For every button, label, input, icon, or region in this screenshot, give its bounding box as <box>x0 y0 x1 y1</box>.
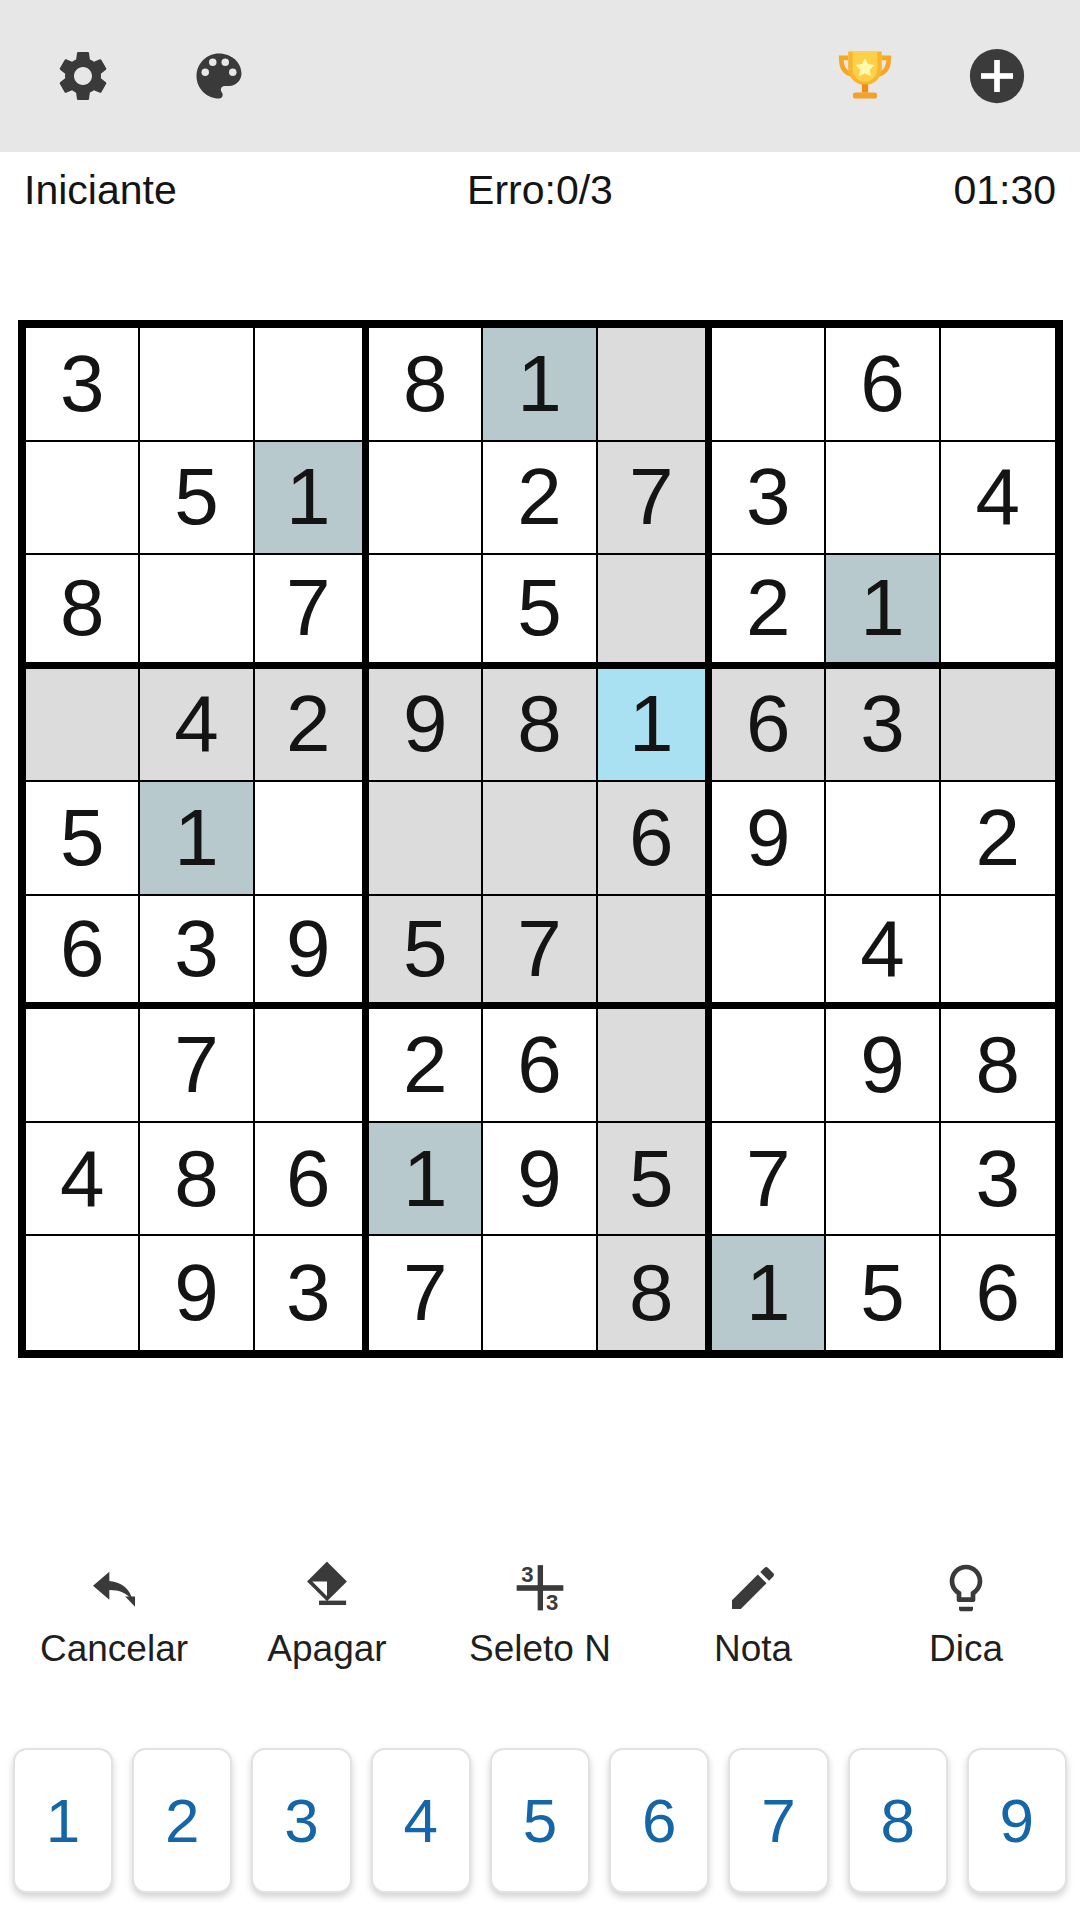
pencil-icon <box>725 1560 781 1616</box>
cell-r2c4[interactable] <box>369 442 483 556</box>
number-select-icon: 3 3 <box>512 1560 568 1616</box>
cell-r8c4[interactable]: 1 <box>369 1123 483 1237</box>
cell-r6c5[interactable]: 7 <box>483 896 597 1010</box>
undo-icon <box>86 1560 142 1616</box>
number-select-button[interactable]: 3 3 Seleto N <box>460 1560 620 1670</box>
cell-r4c4[interactable]: 9 <box>369 669 483 783</box>
cell-r8c3[interactable]: 6 <box>255 1123 369 1237</box>
numpad-key-6[interactable]: 6 <box>609 1748 709 1893</box>
numpad-key-1[interactable]: 1 <box>13 1748 113 1893</box>
cell-r2c2[interactable]: 5 <box>140 442 254 556</box>
new-game-button[interactable] <box>966 45 1028 107</box>
cell-r4c7[interactable]: 6 <box>712 669 826 783</box>
cell-r7c4[interactable]: 2 <box>369 1009 483 1123</box>
cell-r9c1[interactable] <box>26 1236 140 1350</box>
cell-r6c3[interactable]: 9 <box>255 896 369 1010</box>
cell-r7c5[interactable]: 6 <box>483 1009 597 1123</box>
palette-icon <box>189 46 249 106</box>
action-toolbar: Cancelar Apagar 3 3 Seleto N <box>0 1560 1080 1700</box>
trophy-icon <box>834 45 896 107</box>
cell-r6c9[interactable] <box>941 896 1055 1010</box>
cell-r6c4[interactable]: 5 <box>369 896 483 1010</box>
cell-r3c1[interactable]: 8 <box>26 555 140 669</box>
note-label: Nota <box>714 1628 792 1670</box>
cell-r5c5[interactable] <box>483 782 597 896</box>
cell-r6c8[interactable]: 4 <box>826 896 940 1010</box>
settings-button[interactable] <box>52 45 114 107</box>
cell-r1c1[interactable]: 3 <box>26 328 140 442</box>
cell-r7c6[interactable] <box>598 1009 712 1123</box>
cell-r3c7[interactable]: 2 <box>712 555 826 669</box>
cell-r4c2[interactable]: 4 <box>140 669 254 783</box>
eraser-icon <box>299 1560 355 1616</box>
theme-button[interactable] <box>188 45 250 107</box>
cell-r3c4[interactable] <box>369 555 483 669</box>
cell-r2c5[interactable]: 2 <box>483 442 597 556</box>
cell-r4c6[interactable]: 1 <box>598 669 712 783</box>
number-pad: 123456789 <box>13 1748 1067 1893</box>
cell-r1c3[interactable] <box>255 328 369 442</box>
numpad-key-8[interactable]: 8 <box>848 1748 948 1893</box>
cell-r3c5[interactable]: 5 <box>483 555 597 669</box>
erase-label: Apagar <box>267 1628 386 1670</box>
cell-r6c7[interactable] <box>712 896 826 1010</box>
cell-r1c2[interactable] <box>140 328 254 442</box>
cell-r2c9[interactable]: 4 <box>941 442 1055 556</box>
plus-icon <box>966 45 1028 107</box>
number-select-label: Seleto N <box>469 1628 611 1670</box>
cell-r9c4[interactable]: 7 <box>369 1236 483 1350</box>
achievements-button[interactable] <box>834 45 896 107</box>
cell-r9c9[interactable]: 6 <box>941 1236 1055 1350</box>
cell-r8c8[interactable] <box>826 1123 940 1237</box>
undo-button[interactable]: Cancelar <box>34 1560 194 1670</box>
svg-text:3: 3 <box>546 1590 558 1615</box>
cell-r3c2[interactable] <box>140 555 254 669</box>
cell-r7c8[interactable]: 9 <box>826 1009 940 1123</box>
cell-r8c9[interactable]: 3 <box>941 1123 1055 1237</box>
status-row: Iniciante Erro:0/3 01:30 <box>0 163 1080 217</box>
top-bar <box>0 0 1080 152</box>
numpad-key-7[interactable]: 7 <box>728 1748 828 1893</box>
cell-r4c5[interactable]: 8 <box>483 669 597 783</box>
sudoku-grid: 3816512734875214298163516926395747269848… <box>26 328 1055 1350</box>
cell-r1c4[interactable]: 8 <box>369 328 483 442</box>
cell-r8c5[interactable]: 9 <box>483 1123 597 1237</box>
cell-r5c4[interactable] <box>369 782 483 896</box>
hint-label: Dica <box>929 1628 1003 1670</box>
numpad-key-5[interactable]: 5 <box>490 1748 590 1893</box>
cell-r5c7[interactable]: 9 <box>712 782 826 896</box>
cell-r8c2[interactable]: 8 <box>140 1123 254 1237</box>
numpad-key-4[interactable]: 4 <box>371 1748 471 1893</box>
cell-r1c6[interactable] <box>598 328 712 442</box>
svg-text:3: 3 <box>521 1562 533 1587</box>
sudoku-board: 3816512734875214298163516926395747269848… <box>18 320 1063 1358</box>
cell-r2c8[interactable] <box>826 442 940 556</box>
cell-r4c3[interactable]: 2 <box>255 669 369 783</box>
cell-r2c1[interactable] <box>26 442 140 556</box>
gear-icon <box>53 46 113 106</box>
cell-r5c9[interactable]: 2 <box>941 782 1055 896</box>
cell-r7c7[interactable] <box>712 1009 826 1123</box>
note-button[interactable]: Nota <box>673 1560 833 1670</box>
errors-counter: Erro:0/3 <box>0 167 1080 214</box>
cell-r5c6[interactable]: 6 <box>598 782 712 896</box>
cell-r8c6[interactable]: 5 <box>598 1123 712 1237</box>
cell-r3c6[interactable] <box>598 555 712 669</box>
cell-r8c1[interactable]: 4 <box>26 1123 140 1237</box>
cell-r9c6[interactable]: 8 <box>598 1236 712 1350</box>
cell-r2c3[interactable]: 1 <box>255 442 369 556</box>
cell-r6c1[interactable]: 6 <box>26 896 140 1010</box>
cell-r4c1[interactable] <box>26 669 140 783</box>
cell-r9c3[interactable]: 3 <box>255 1236 369 1350</box>
cell-r5c3[interactable] <box>255 782 369 896</box>
cell-r7c2[interactable]: 7 <box>140 1009 254 1123</box>
cell-r7c3[interactable] <box>255 1009 369 1123</box>
cell-r1c8[interactable]: 6 <box>826 328 940 442</box>
cell-r4c8[interactable]: 3 <box>826 669 940 783</box>
cell-r2c6[interactable]: 7 <box>598 442 712 556</box>
numpad-key-2[interactable]: 2 <box>132 1748 232 1893</box>
cell-r3c3[interactable]: 7 <box>255 555 369 669</box>
lightbulb-icon <box>938 1560 994 1616</box>
cell-r8c7[interactable]: 7 <box>712 1123 826 1237</box>
cell-r5c1[interactable]: 5 <box>26 782 140 896</box>
cell-r9c7[interactable]: 1 <box>712 1236 826 1350</box>
cell-r1c5[interactable]: 1 <box>483 328 597 442</box>
cell-r6c6[interactable] <box>598 896 712 1010</box>
cell-r2c7[interactable]: 3 <box>712 442 826 556</box>
cell-r1c9[interactable] <box>941 328 1055 442</box>
cell-r5c8[interactable] <box>826 782 940 896</box>
cell-r4c9[interactable] <box>941 669 1055 783</box>
cell-r9c2[interactable]: 9 <box>140 1236 254 1350</box>
numpad-key-9[interactable]: 9 <box>967 1748 1067 1893</box>
undo-label: Cancelar <box>40 1628 188 1670</box>
hint-button[interactable]: Dica <box>886 1560 1046 1670</box>
erase-button[interactable]: Apagar <box>247 1560 407 1670</box>
cell-r3c9[interactable] <box>941 555 1055 669</box>
cell-r3c8[interactable]: 1 <box>826 555 940 669</box>
numpad-key-3[interactable]: 3 <box>251 1748 351 1893</box>
cell-r5c2[interactable]: 1 <box>140 782 254 896</box>
cell-r9c8[interactable]: 5 <box>826 1236 940 1350</box>
cell-r7c9[interactable]: 8 <box>941 1009 1055 1123</box>
cell-r7c1[interactable] <box>26 1009 140 1123</box>
cell-r6c2[interactable]: 3 <box>140 896 254 1010</box>
cell-r9c5[interactable] <box>483 1236 597 1350</box>
cell-r1c7[interactable] <box>712 328 826 442</box>
